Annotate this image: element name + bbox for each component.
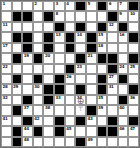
- cell[interactable]: [33, 137, 44, 147]
- cell[interactable]: 23: [75, 64, 86, 74]
- clue-number: 20: [45, 54, 50, 58]
- cell[interactable]: [33, 64, 44, 74]
- black-cell: [43, 43, 54, 53]
- cell[interactable]: [128, 137, 139, 147]
- clue-number: 12: [109, 23, 114, 27]
- cell[interactable]: [43, 116, 54, 126]
- cell[interactable]: [65, 22, 76, 32]
- cell[interactable]: [12, 64, 23, 74]
- cell[interactable]: [107, 32, 118, 42]
- cell[interactable]: [107, 43, 118, 53]
- cell[interactable]: [118, 53, 129, 63]
- cell[interactable]: 29: [12, 84, 23, 94]
- cell[interactable]: 13: [54, 32, 65, 42]
- clue-number: 15: [98, 33, 103, 37]
- clue-number: 31: [109, 85, 114, 89]
- clue-number: 45: [66, 127, 71, 131]
- black-cell: [97, 74, 108, 84]
- cell[interactable]: 5: [86, 1, 97, 11]
- black-cell: [97, 53, 108, 63]
- cell[interactable]: 20: [43, 53, 54, 63]
- cell[interactable]: [118, 43, 129, 53]
- cell[interactable]: 3: [54, 1, 65, 11]
- cell[interactable]: [22, 64, 33, 74]
- clue-number: 30: [34, 85, 39, 89]
- cell[interactable]: 22: [1, 64, 12, 74]
- cell[interactable]: 12: [107, 22, 118, 32]
- black-cell: [43, 84, 54, 94]
- black-cell: [22, 43, 33, 53]
- clue-number: 46: [119, 127, 124, 131]
- cell[interactable]: 43: [86, 116, 97, 126]
- cell[interactable]: [86, 22, 97, 32]
- cell[interactable]: 40: [118, 105, 129, 115]
- clue-number: 34: [77, 96, 82, 100]
- cell[interactable]: 10: [128, 11, 139, 21]
- clue-number: 4: [66, 2, 68, 6]
- black-cell: [54, 116, 65, 126]
- clue-number: 41: [3, 117, 8, 121]
- cell[interactable]: [12, 116, 23, 126]
- clue-number: 16: [119, 33, 124, 37]
- cell[interactable]: [65, 137, 76, 147]
- cell[interactable]: 49: [86, 137, 97, 147]
- black-cell: [118, 95, 129, 105]
- black-cell: [54, 84, 65, 94]
- cell[interactable]: [75, 43, 86, 53]
- black-cell: [128, 84, 139, 94]
- cell[interactable]: [65, 116, 76, 126]
- cell[interactable]: 17: [1, 43, 12, 53]
- cell[interactable]: 1: [1, 1, 12, 11]
- cell[interactable]: [86, 74, 97, 84]
- cell[interactable]: 33: [54, 95, 65, 105]
- cell[interactable]: [22, 1, 33, 11]
- black-cell: [86, 105, 97, 115]
- cell[interactable]: 28: [1, 84, 12, 94]
- cell[interactable]: [128, 43, 139, 53]
- cell[interactable]: 36: [128, 95, 139, 105]
- cell[interactable]: [54, 53, 65, 63]
- clue-number: 18: [98, 44, 103, 48]
- black-cell: [107, 11, 118, 21]
- cell[interactable]: [1, 105, 12, 115]
- clue-number: 8: [56, 12, 58, 16]
- clue-number: 5: [87, 2, 89, 6]
- clue-number: 40: [119, 106, 124, 110]
- cell[interactable]: [12, 95, 23, 105]
- cell[interactable]: [33, 105, 44, 115]
- clue-number: 10: [130, 12, 135, 16]
- black-cell: [107, 116, 118, 126]
- cell[interactable]: [22, 74, 33, 84]
- cell[interactable]: [1, 74, 12, 84]
- black-cell: [65, 64, 76, 74]
- cell[interactable]: [97, 116, 108, 126]
- cell[interactable]: [22, 84, 33, 94]
- cell[interactable]: 27: [107, 74, 118, 84]
- clue-number: 48: [24, 138, 29, 142]
- black-cell: [107, 53, 118, 63]
- cell[interactable]: [128, 22, 139, 32]
- black-cell: [107, 64, 118, 74]
- cell[interactable]: 26: [65, 74, 76, 84]
- cell[interactable]: 24: [118, 64, 129, 74]
- cell[interactable]: [75, 126, 86, 136]
- cell[interactable]: [1, 126, 12, 136]
- black-cell: [12, 74, 23, 84]
- black-cell: [12, 53, 23, 63]
- black-cell: [97, 126, 108, 136]
- crossword-board: 1234567891011121314151617181920212223242…: [0, 0, 140, 148]
- cell[interactable]: 2: [33, 1, 44, 11]
- cell[interactable]: [75, 11, 86, 21]
- clue-number: 35: [98, 96, 103, 100]
- clue-number: 26: [66, 75, 71, 79]
- clue-number: 43: [87, 117, 92, 121]
- black-cell: [33, 53, 44, 63]
- cell[interactable]: 47: [128, 126, 139, 136]
- black-cell: [12, 105, 23, 115]
- cell[interactable]: [97, 137, 108, 147]
- clue-number: 25: [130, 65, 135, 69]
- cell[interactable]: [128, 105, 139, 115]
- black-cell: [75, 22, 86, 32]
- black-cell: [97, 22, 108, 32]
- clue-number: 29: [13, 85, 18, 89]
- black-cell: [128, 116, 139, 126]
- black-cell: [43, 95, 54, 105]
- cell[interactable]: 32: [1, 95, 12, 105]
- cell[interactable]: [1, 137, 12, 147]
- crossword-puzzle: 1234567891011121314151617181920212223242…: [0, 0, 140, 148]
- cell[interactable]: [54, 43, 65, 53]
- cell[interactable]: [33, 32, 44, 42]
- black-cell: [22, 32, 33, 42]
- black-cell: [107, 126, 118, 136]
- clue-number: 24: [119, 65, 124, 69]
- clue-number: 36: [130, 96, 135, 100]
- cell[interactable]: [1, 32, 12, 42]
- cell[interactable]: [43, 74, 54, 84]
- cell[interactable]: 34: [75, 95, 86, 105]
- clue-number: 38: [45, 106, 50, 110]
- cell[interactable]: 44: [22, 126, 33, 136]
- cell[interactable]: [22, 22, 33, 32]
- clue-number: 22: [3, 65, 8, 69]
- black-cell: [54, 126, 65, 136]
- cell[interactable]: [65, 105, 76, 115]
- cell[interactable]: [54, 64, 65, 74]
- cell[interactable]: 30: [33, 84, 44, 94]
- clue-number: 11: [3, 23, 8, 27]
- cell[interactable]: [107, 137, 118, 147]
- cell[interactable]: 11: [1, 22, 12, 32]
- cell[interactable]: [43, 1, 54, 11]
- clue-number: 9: [119, 12, 121, 16]
- black-cell: [43, 11, 54, 21]
- cell[interactable]: [54, 105, 65, 115]
- black-cell: [75, 116, 86, 126]
- cell[interactable]: 25: [128, 64, 139, 74]
- cell[interactable]: [86, 84, 97, 94]
- cell[interactable]: [107, 95, 118, 105]
- black-cell: [22, 11, 33, 21]
- cell[interactable]: 45: [65, 126, 76, 136]
- black-cell: [97, 1, 108, 11]
- cell[interactable]: 4: [65, 1, 76, 11]
- cell[interactable]: [118, 116, 129, 126]
- clue-number: 37: [24, 106, 29, 110]
- cell[interactable]: [43, 22, 54, 32]
- black-cell: [65, 32, 76, 42]
- clue-number: 47: [130, 127, 135, 131]
- cell[interactable]: [128, 74, 139, 84]
- clue-number: 7: [119, 2, 121, 6]
- cell[interactable]: 35: [97, 95, 108, 105]
- cell[interactable]: [86, 11, 97, 21]
- cell[interactable]: 19: [22, 53, 33, 63]
- cell[interactable]: [118, 137, 129, 147]
- cell[interactable]: 7: [118, 1, 129, 11]
- clue-number: 13: [56, 33, 61, 37]
- cell[interactable]: [65, 11, 76, 21]
- black-cell: [75, 53, 86, 63]
- cell[interactable]: 46: [118, 126, 129, 136]
- cell[interactable]: [1, 53, 12, 63]
- cell[interactable]: [65, 53, 76, 63]
- cell[interactable]: [54, 137, 65, 147]
- black-cell: [22, 116, 33, 126]
- clue-number: 21: [87, 54, 92, 58]
- clue-number: 42: [34, 117, 39, 121]
- black-cell: [128, 1, 139, 11]
- cell[interactable]: [33, 22, 44, 32]
- clue-number: 49: [87, 138, 92, 142]
- clue-number: 6: [109, 2, 111, 6]
- cell[interactable]: [43, 64, 54, 74]
- cell[interactable]: [86, 95, 97, 105]
- cell[interactable]: [1, 11, 12, 21]
- black-cell: [12, 11, 23, 21]
- black-cell: [12, 126, 23, 136]
- black-cell: [33, 126, 44, 136]
- cell[interactable]: [33, 95, 44, 105]
- black-cell: [43, 32, 54, 42]
- black-cell: [118, 74, 129, 84]
- cell[interactable]: [12, 22, 23, 32]
- cell[interactable]: [118, 84, 129, 94]
- black-cell: [128, 53, 139, 63]
- cell[interactable]: [33, 11, 44, 21]
- clue-number: 28: [3, 85, 8, 89]
- black-cell: [75, 84, 86, 94]
- clue-number: 14: [77, 33, 82, 37]
- cell[interactable]: [43, 126, 54, 136]
- black-cell: [97, 84, 108, 94]
- clue-number: 44: [24, 127, 29, 131]
- clue-number: 3: [56, 2, 58, 6]
- cell[interactable]: 9: [118, 11, 129, 21]
- cell[interactable]: 48: [22, 137, 33, 147]
- black-cell: [12, 32, 23, 42]
- cell[interactable]: 14: [75, 32, 86, 42]
- cell[interactable]: 21: [86, 53, 97, 63]
- clue-number: 17: [3, 44, 8, 48]
- clue-number: 33: [56, 96, 61, 100]
- clue-number: 32: [3, 96, 8, 100]
- cell[interactable]: [12, 43, 23, 53]
- clue-number: 1: [3, 2, 5, 6]
- cell[interactable]: 16: [118, 32, 129, 42]
- cell[interactable]: 15: [97, 32, 108, 42]
- cell[interactable]: 38: [43, 105, 54, 115]
- cell[interactable]: 39: [97, 105, 108, 115]
- cell[interactable]: 37: [22, 105, 33, 115]
- black-cell: [118, 22, 129, 32]
- cell[interactable]: 31: [107, 84, 118, 94]
- clue-number: 19: [24, 54, 29, 58]
- black-cell: [128, 32, 139, 42]
- black-cell: [22, 95, 33, 105]
- cell[interactable]: [107, 105, 118, 115]
- cell[interactable]: [97, 11, 108, 21]
- black-cell: [75, 137, 86, 147]
- clue-number: 27: [109, 75, 114, 79]
- cell[interactable]: [33, 43, 44, 53]
- cell[interactable]: 41: [1, 116, 12, 126]
- black-cell: [86, 32, 97, 42]
- cell[interactable]: 6: [107, 1, 118, 11]
- black-cell: [33, 74, 44, 84]
- clue-number: 2: [34, 2, 36, 6]
- black-cell: [86, 43, 97, 53]
- cell[interactable]: 18: [97, 43, 108, 53]
- black-cell: [54, 22, 65, 32]
- black-cell: [54, 74, 65, 84]
- cell[interactable]: [86, 64, 97, 74]
- cell[interactable]: [75, 105, 86, 115]
- cell[interactable]: 42: [33, 116, 44, 126]
- clue-number: 39: [98, 106, 103, 110]
- cell[interactable]: 8: [54, 11, 65, 21]
- cell[interactable]: [12, 1, 23, 11]
- cell[interactable]: [65, 84, 76, 94]
- cell[interactable]: [75, 74, 86, 84]
- black-cell: [12, 137, 23, 147]
- cell[interactable]: [86, 126, 97, 136]
- clue-number: 23: [77, 65, 82, 69]
- cell[interactable]: [65, 95, 76, 105]
- cell[interactable]: [97, 64, 108, 74]
- black-cell: [75, 1, 86, 11]
- black-cell: [65, 43, 76, 53]
- cell[interactable]: [43, 137, 54, 147]
